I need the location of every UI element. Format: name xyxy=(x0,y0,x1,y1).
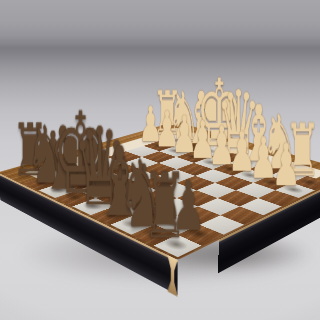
dark-rook-a8[interactable]: ♜ xyxy=(141,160,186,250)
studio-backdrop: ♜♞♝♚♛♝♞♜♟♟♟♟♟♟♟♟♟♟♟♟♟♟♟♟♜♞♝♚♛♝♞♜ xyxy=(0,0,320,320)
brass-corner-inlay xyxy=(167,254,177,297)
scene: ♜♞♝♚♛♝♞♜♟♟♟♟♟♟♟♟♟♟♟♟♟♟♟♟♜♞♝♚♛♝♞♜ xyxy=(0,0,320,320)
checker-grid: ♜♞♝♚♛♝♞♜♟♟♟♟♟♟♟♟♟♟♟♟♟♟♟♟♜♞♝♚♛♝♞♜ xyxy=(56,135,296,224)
chessboard: ♜♞♝♚♛♝♞♜♟♟♟♟♟♟♟♟♟♟♟♟♟♟♟♟♜♞♝♚♛♝♞♜ xyxy=(0,121,320,259)
light-pawn-a2[interactable]: ♟ xyxy=(271,135,300,193)
brass-corner-inlay xyxy=(177,254,187,297)
